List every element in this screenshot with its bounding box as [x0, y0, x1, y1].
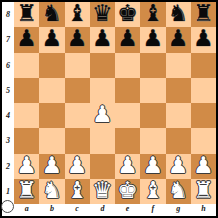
piece-black-rook-h8: ♜ [193, 2, 214, 25]
square-e5[interactable] [115, 78, 140, 103]
chess-diagram: 8 7 6 5 4 3 2 1 ♜♞♝♛♚♝♞♜♟♟♟♟♟♟♟♟♟♟♟♟♟♟♟♟… [0, 0, 218, 218]
piece-white-knight-g1: ♞ [168, 179, 189, 202]
piece-black-knight-b8: ♞ [42, 2, 63, 25]
square-f4[interactable] [140, 103, 165, 128]
piece-black-pawn-e7: ♟ [117, 27, 138, 50]
square-g6[interactable] [166, 53, 191, 78]
square-f2[interactable]: ♟ [140, 154, 165, 179]
square-d5[interactable] [90, 78, 115, 103]
square-b3[interactable] [39, 128, 64, 153]
square-c6[interactable] [65, 53, 90, 78]
square-b4[interactable] [39, 103, 64, 128]
square-b6[interactable] [39, 53, 64, 78]
piece-white-pawn-d4: ♟ [92, 103, 113, 126]
square-b1[interactable]: ♞ [39, 179, 64, 204]
piece-white-pawn-f2: ♟ [143, 154, 164, 177]
square-a7[interactable]: ♟ [14, 27, 39, 52]
square-a3[interactable] [14, 128, 39, 153]
chess-board: ♜♞♝♛♚♝♞♜♟♟♟♟♟♟♟♟♟♟♟♟♟♟♟♟♜♞♝♛♚♝♞♜ [14, 2, 216, 204]
square-g3[interactable] [166, 128, 191, 153]
square-f1[interactable]: ♝ [140, 179, 165, 204]
square-e1[interactable]: ♚ [115, 179, 140, 204]
square-g5[interactable] [166, 78, 191, 103]
square-d7[interactable]: ♟ [90, 27, 115, 52]
piece-black-pawn-h7: ♟ [193, 27, 214, 50]
piece-white-bishop-f1: ♝ [143, 179, 164, 202]
square-h7[interactable]: ♟ [191, 27, 216, 52]
file-label-b: b [39, 204, 64, 216]
rank-label-8: 8 [2, 2, 14, 27]
square-f7[interactable]: ♟ [140, 27, 165, 52]
piece-white-pawn-c2: ♟ [67, 154, 88, 177]
piece-white-rook-a1: ♜ [16, 179, 37, 202]
square-b5[interactable] [39, 78, 64, 103]
file-label-g: g [166, 204, 191, 216]
piece-white-queen-d1: ♛ [92, 179, 113, 202]
piece-black-king-e8: ♚ [117, 2, 138, 25]
square-c1[interactable]: ♝ [65, 179, 90, 204]
piece-black-pawn-d7: ♟ [92, 27, 113, 50]
rank-labels: 8 7 6 5 4 3 2 1 [2, 2, 14, 204]
square-g4[interactable] [166, 103, 191, 128]
square-c5[interactable] [65, 78, 90, 103]
file-label-a: a [14, 204, 39, 216]
piece-white-pawn-b2: ♟ [42, 154, 63, 177]
piece-black-pawn-f7: ♟ [143, 27, 164, 50]
square-a6[interactable] [14, 53, 39, 78]
piece-white-bishop-c1: ♝ [67, 179, 88, 202]
piece-black-rook-a8: ♜ [16, 2, 37, 25]
side-to-move-indicator [1, 200, 14, 213]
piece-white-knight-b1: ♞ [42, 179, 63, 202]
file-label-c: c [65, 204, 90, 216]
square-d1[interactable]: ♛ [90, 179, 115, 204]
piece-black-bishop-f8: ♝ [143, 2, 164, 25]
piece-white-king-e1: ♚ [117, 179, 138, 202]
file-label-d: d [90, 204, 115, 216]
rank-label-4: 4 [2, 103, 14, 128]
square-e2[interactable]: ♟ [115, 154, 140, 179]
piece-white-rook-h1: ♜ [193, 179, 214, 202]
square-a4[interactable] [14, 103, 39, 128]
square-d4[interactable]: ♟ [90, 103, 115, 128]
piece-white-pawn-a2: ♟ [16, 154, 37, 177]
square-c8[interactable]: ♝ [65, 2, 90, 27]
square-c2[interactable]: ♟ [65, 154, 90, 179]
piece-black-pawn-c7: ♟ [67, 27, 88, 50]
piece-black-queen-d8: ♛ [92, 2, 113, 25]
square-h1[interactable]: ♜ [191, 179, 216, 204]
square-e4[interactable] [115, 103, 140, 128]
piece-white-pawn-e2: ♟ [117, 154, 138, 177]
piece-black-pawn-a7: ♟ [16, 27, 37, 50]
square-d3[interactable] [90, 128, 115, 153]
square-a8[interactable]: ♜ [14, 2, 39, 27]
square-e7[interactable]: ♟ [115, 27, 140, 52]
rank-label-2: 2 [2, 154, 14, 179]
square-g7[interactable]: ♟ [166, 27, 191, 52]
square-f3[interactable] [140, 128, 165, 153]
piece-white-pawn-h2: ♟ [193, 154, 214, 177]
piece-white-pawn-g2: ♟ [168, 154, 189, 177]
rank-label-6: 6 [2, 53, 14, 78]
rank-label-5: 5 [2, 78, 14, 103]
rank-label-7: 7 [2, 27, 14, 52]
square-e8[interactable]: ♚ [115, 2, 140, 27]
file-label-h: h [191, 204, 216, 216]
square-c3[interactable] [65, 128, 90, 153]
square-d6[interactable] [90, 53, 115, 78]
piece-black-pawn-b7: ♟ [42, 27, 63, 50]
square-g1[interactable]: ♞ [166, 179, 191, 204]
rank-label-3: 3 [2, 128, 14, 153]
piece-black-knight-g8: ♞ [168, 2, 189, 25]
file-labels: a b c d e f g h [14, 204, 216, 216]
square-h2[interactable]: ♟ [191, 154, 216, 179]
square-c7[interactable]: ♟ [65, 27, 90, 52]
square-f8[interactable]: ♝ [140, 2, 165, 27]
square-g8[interactable]: ♞ [166, 2, 191, 27]
file-label-f: f [140, 204, 165, 216]
diagram-inner: 8 7 6 5 4 3 2 1 ♜♞♝♛♚♝♞♜♟♟♟♟♟♟♟♟♟♟♟♟♟♟♟♟… [2, 2, 216, 216]
square-h6[interactable] [191, 53, 216, 78]
square-c4[interactable] [65, 103, 90, 128]
square-b8[interactable]: ♞ [39, 2, 64, 27]
square-h8[interactable]: ♜ [191, 2, 216, 27]
square-h4[interactable] [191, 103, 216, 128]
square-e6[interactable] [115, 53, 140, 78]
square-b2[interactable]: ♟ [39, 154, 64, 179]
square-f5[interactable] [140, 78, 165, 103]
square-a5[interactable] [14, 78, 39, 103]
square-d2[interactable] [90, 154, 115, 179]
piece-black-bishop-c8: ♝ [67, 2, 88, 25]
file-label-e: e [115, 204, 140, 216]
square-e3[interactable] [115, 128, 140, 153]
square-h3[interactable] [191, 128, 216, 153]
piece-black-pawn-g7: ♟ [168, 27, 189, 50]
square-g2[interactable]: ♟ [166, 154, 191, 179]
square-d8[interactable]: ♛ [90, 2, 115, 27]
square-a2[interactable]: ♟ [14, 154, 39, 179]
square-h5[interactable] [191, 78, 216, 103]
square-f6[interactable] [140, 53, 165, 78]
square-a1[interactable]: ♜ [14, 179, 39, 204]
square-b7[interactable]: ♟ [39, 27, 64, 52]
